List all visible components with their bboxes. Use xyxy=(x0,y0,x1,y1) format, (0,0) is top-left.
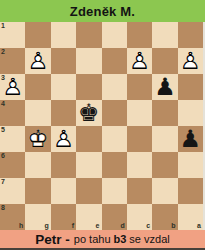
square-h2: 2 xyxy=(0,48,25,74)
square-a6 xyxy=(178,152,203,178)
square-g7 xyxy=(25,178,50,204)
square-h4: 4 xyxy=(0,100,25,126)
square-c2: ♟♙ xyxy=(127,48,152,74)
square-h7: 7 xyxy=(0,178,25,204)
square-d1 xyxy=(102,22,127,48)
white-pawn-h3: ♟♙ xyxy=(0,74,25,100)
black-king-e4: ♚ xyxy=(76,100,101,126)
square-d2 xyxy=(102,48,127,74)
chess-board-wrap: 12♟♙♟♙♟♙3♟♙♟4♚5♚♔♟♙♟678hgfedcba xyxy=(0,22,205,230)
square-g5: ♚♔ xyxy=(25,126,50,152)
square-f6 xyxy=(51,152,76,178)
square-b7 xyxy=(152,178,177,204)
caption-post-move-text: se vzdal xyxy=(129,233,169,245)
square-c8: c xyxy=(127,204,152,230)
square-d3 xyxy=(102,74,127,100)
file-label-e: e xyxy=(96,222,100,230)
square-d5 xyxy=(102,126,127,152)
square-c3 xyxy=(127,74,152,100)
square-a5: ♟ xyxy=(178,126,203,152)
square-a8: a xyxy=(178,204,203,230)
caption-move-text: b3 xyxy=(114,233,127,245)
square-b4 xyxy=(152,100,177,126)
file-label-g: g xyxy=(44,222,48,230)
rank-label-1: 1 xyxy=(1,22,5,30)
square-c4 xyxy=(127,100,152,126)
square-g4 xyxy=(25,100,50,126)
square-g2: ♟♙ xyxy=(25,48,50,74)
black-pawn-b3: ♟ xyxy=(152,74,177,100)
top-player-bar: Zdeněk M. xyxy=(0,0,205,22)
square-d7 xyxy=(102,178,127,204)
square-d6 xyxy=(102,152,127,178)
square-a1 xyxy=(178,22,203,48)
square-e7 xyxy=(76,178,101,204)
square-f1 xyxy=(51,22,76,48)
square-e8: e xyxy=(76,204,101,230)
square-g3 xyxy=(25,74,50,100)
square-b8: b xyxy=(152,204,177,230)
white-king-g5: ♚♔ xyxy=(25,126,50,152)
chess-diagram-widget: Zdeněk M. 12♟♙♟♙♟♙3♟♙♟4♚5♚♔♟♙♟678hgfedcb… xyxy=(0,0,205,250)
file-label-d: d xyxy=(121,222,125,230)
white-pawn-c2: ♟♙ xyxy=(127,48,152,74)
square-f4 xyxy=(51,100,76,126)
result-caption-bar: Petr - po tahu b3 se vzdal xyxy=(0,230,205,250)
square-g8: g xyxy=(25,204,50,230)
rank-label-6: 6 xyxy=(1,152,5,160)
white-pawn-f5: ♟♙ xyxy=(51,126,76,152)
square-e5 xyxy=(76,126,101,152)
square-h6: 6 xyxy=(0,152,25,178)
white-pawn-a2: ♟♙ xyxy=(178,48,203,74)
file-label-c: c xyxy=(146,222,150,230)
square-c6 xyxy=(127,152,152,178)
square-b2 xyxy=(152,48,177,74)
square-e1 xyxy=(76,22,101,48)
square-a3 xyxy=(178,74,203,100)
square-c7 xyxy=(127,178,152,204)
file-label-h: h xyxy=(19,222,23,230)
square-b3: ♟ xyxy=(152,74,177,100)
square-f3 xyxy=(51,74,76,100)
white-pawn-g2: ♟♙ xyxy=(25,48,50,74)
rank-label-8: 8 xyxy=(1,204,5,212)
square-d4 xyxy=(102,100,127,126)
board-right-edge xyxy=(203,22,205,230)
square-e2 xyxy=(76,48,101,74)
file-label-b: b xyxy=(171,222,175,230)
square-b1 xyxy=(152,22,177,48)
square-a2: ♟♙ xyxy=(178,48,203,74)
file-label-f: f xyxy=(72,222,74,230)
rank-label-2: 2 xyxy=(1,48,5,56)
square-h8: 8h xyxy=(0,204,25,230)
square-d8: d xyxy=(102,204,127,230)
square-f7 xyxy=(51,178,76,204)
square-e4: ♚ xyxy=(76,100,101,126)
square-c1 xyxy=(127,22,152,48)
square-e6 xyxy=(76,152,101,178)
black-pawn-a5: ♟ xyxy=(178,126,203,152)
square-c5 xyxy=(127,126,152,152)
square-f2 xyxy=(51,48,76,74)
square-f8: f xyxy=(51,204,76,230)
square-g1 xyxy=(25,22,50,48)
file-label-a: a xyxy=(197,222,201,230)
square-h1: 1 xyxy=(0,22,25,48)
chess-board: 12♟♙♟♙♟♙3♟♙♟4♚5♚♔♟♙♟678hgfedcba xyxy=(0,22,203,230)
rank-label-7: 7 xyxy=(1,178,5,186)
caption-pre-move-text: po tahu xyxy=(74,233,111,245)
square-h3: 3♟♙ xyxy=(0,74,25,100)
square-f5: ♟♙ xyxy=(51,126,76,152)
bottom-player-name: Petr - xyxy=(35,232,70,247)
top-player-name: Zdeněk M. xyxy=(70,4,135,19)
square-b5 xyxy=(152,126,177,152)
rank-label-4: 4 xyxy=(1,100,5,108)
square-b6 xyxy=(152,152,177,178)
square-h5: 5 xyxy=(0,126,25,152)
square-g6 xyxy=(25,152,50,178)
square-a7 xyxy=(178,178,203,204)
square-e3 xyxy=(76,74,101,100)
rank-label-5: 5 xyxy=(1,126,5,134)
square-a4 xyxy=(178,100,203,126)
